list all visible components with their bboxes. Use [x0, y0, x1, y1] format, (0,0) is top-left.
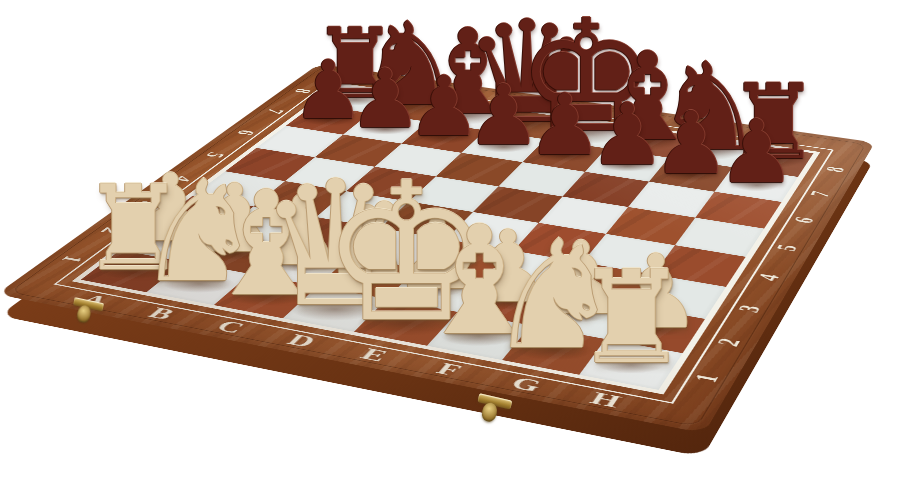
- piece-black-pawn-h7[interactable]: ♟: [717, 109, 795, 196]
- pieces-layer: ♜♞♝♛♚♝♞♜♟♟♟♟♟♟♟♟♟♟♟♟♟♟♟♟♜♞♝♛♚♝♞♜: [0, 0, 900, 492]
- piece-white-rook-h1[interactable]: ♜: [574, 253, 689, 382]
